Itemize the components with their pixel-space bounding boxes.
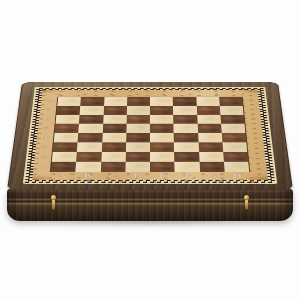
board-square-b6 xyxy=(79,115,103,124)
box-front-face xyxy=(7,188,293,221)
clasp-tongue xyxy=(245,200,248,210)
file-label-c: C xyxy=(100,173,125,178)
rank-label-3: 3 xyxy=(36,142,52,152)
file-label-e: E xyxy=(150,173,175,178)
board-square-b2 xyxy=(76,152,101,162)
board-square-h1 xyxy=(224,162,250,172)
file-label-b: B xyxy=(75,173,100,178)
board-square-g1 xyxy=(199,162,224,172)
board-square-a7 xyxy=(56,106,80,115)
board-square-d3 xyxy=(126,142,150,152)
board-square-e8 xyxy=(150,97,173,106)
board-square-a6 xyxy=(56,115,80,124)
board-square-h5 xyxy=(221,124,246,133)
board-square-c5 xyxy=(102,124,126,133)
board-square-e5 xyxy=(150,124,174,133)
board-square-a2 xyxy=(52,152,77,162)
board-square-h7 xyxy=(220,106,244,115)
board-square-f4 xyxy=(174,133,198,142)
board-square-g4 xyxy=(198,133,223,142)
brass-clasp-right-icon xyxy=(243,195,249,211)
board-square-e1 xyxy=(150,162,175,172)
board-square-d2 xyxy=(125,152,150,162)
board-square-e7 xyxy=(150,106,173,115)
board-square-c4 xyxy=(102,133,126,142)
board-square-c1 xyxy=(100,162,125,172)
board-square-h2 xyxy=(223,152,248,162)
board-square-a5 xyxy=(55,124,80,133)
rank-label-6: 6 xyxy=(40,115,56,124)
board-square-f1 xyxy=(175,162,200,172)
rank-label-7: 7 xyxy=(41,106,57,115)
board-square-e2 xyxy=(150,152,175,162)
board-square-h8 xyxy=(219,97,243,106)
rank-label-1: 1 xyxy=(34,162,51,172)
rank-label-5: 5 xyxy=(39,124,55,133)
file-label-f: F xyxy=(175,173,200,178)
board-square-b4 xyxy=(78,133,103,142)
board-square-h3 xyxy=(222,142,247,152)
board-square-c2 xyxy=(101,152,126,162)
board-square-b1 xyxy=(76,162,101,172)
board-square-b3 xyxy=(77,142,102,152)
board-square-f3 xyxy=(174,142,199,152)
board-square-h4 xyxy=(222,133,247,142)
board-lid-top: ABCDEFGH 87654321 xyxy=(7,82,293,190)
board-square-g6 xyxy=(197,115,221,124)
board-square-b7 xyxy=(80,106,104,115)
board-square-d4 xyxy=(126,133,150,142)
board-square-e6 xyxy=(150,115,174,124)
board-square-f7 xyxy=(173,106,197,115)
board-square-d8 xyxy=(127,97,150,106)
board-square-c7 xyxy=(103,106,127,115)
rank-label-4: 4 xyxy=(37,133,53,142)
board-square-g8 xyxy=(196,97,220,106)
board-square-a1 xyxy=(51,162,77,172)
board-square-a4 xyxy=(54,133,79,142)
board-square-e4 xyxy=(150,133,174,142)
board-square-d7 xyxy=(127,106,150,115)
file-label-h: H xyxy=(225,173,250,178)
board-square-b8 xyxy=(80,97,104,106)
board-square-d6 xyxy=(126,115,150,124)
chess-board-grid xyxy=(51,97,249,172)
board-square-f8 xyxy=(173,97,196,106)
rank-label-8: 8 xyxy=(42,97,58,106)
board-square-f2 xyxy=(174,152,199,162)
board-square-c6 xyxy=(103,115,127,124)
mosaic-inlay-ring: ABCDEFGH 87654321 xyxy=(23,87,277,184)
board-square-e3 xyxy=(150,142,174,152)
file-label-d: D xyxy=(125,173,150,178)
board-square-c3 xyxy=(101,142,126,152)
rank-label-2: 2 xyxy=(35,152,52,162)
board-square-g7 xyxy=(196,106,220,115)
clasp-tongue xyxy=(52,200,55,210)
brass-clasp-left-icon xyxy=(50,195,56,211)
board-square-d1 xyxy=(125,162,150,172)
burl-coordinate-border: ABCDEFGH 87654321 xyxy=(32,90,268,180)
file-labels-row: ABCDEFGH xyxy=(50,172,250,179)
board-square-c8 xyxy=(104,97,127,106)
board-square-h6 xyxy=(220,115,244,124)
board-square-a8 xyxy=(57,97,81,106)
file-label-g: G xyxy=(200,173,225,178)
board-square-g2 xyxy=(199,152,224,162)
board-square-a3 xyxy=(53,142,78,152)
product-photo-scene: ABCDEFGH 87654321 xyxy=(0,0,300,300)
board-square-f5 xyxy=(174,124,198,133)
file-label-a: A xyxy=(50,173,75,178)
board-square-g3 xyxy=(198,142,223,152)
board-square-g5 xyxy=(197,124,221,133)
board-square-f6 xyxy=(173,115,197,124)
board-square-b5 xyxy=(78,124,102,133)
board-square-d5 xyxy=(126,124,150,133)
